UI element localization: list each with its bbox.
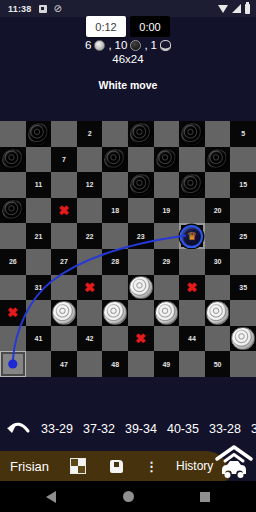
- square-number: 20: [214, 207, 222, 214]
- square-number: 23: [137, 233, 145, 240]
- light-square: [179, 300, 205, 326]
- board: 257111215✖181920212223♛25262728293031✖✖3…: [0, 121, 256, 377]
- light-square: [205, 223, 231, 249]
- move-item-clipped[interactable]: 3: [251, 422, 256, 436]
- light-square: [179, 249, 205, 275]
- square-number: 47: [60, 361, 68, 368]
- square-4[interactable]: [179, 121, 205, 147]
- square-number: 7: [62, 156, 66, 163]
- square-42[interactable]: 42: [77, 326, 103, 352]
- light-square: [179, 351, 205, 377]
- capture-mark-icon: ✖: [187, 280, 198, 295]
- white-man: [103, 301, 127, 325]
- black-man: [180, 173, 204, 197]
- undo-button[interactable]: [7, 421, 31, 437]
- square-31[interactable]: 31: [26, 275, 52, 301]
- square-number: 31: [34, 284, 42, 291]
- square-44[interactable]: 44: [179, 326, 205, 352]
- light-square: [102, 172, 128, 198]
- square-5[interactable]: 5: [230, 121, 256, 147]
- light-square: [230, 300, 256, 326]
- move-item[interactable]: 37-32: [83, 422, 115, 436]
- square-6[interactable]: [0, 147, 26, 173]
- light-square: [154, 121, 180, 147]
- light-square: [51, 326, 77, 352]
- light-square: [26, 198, 52, 224]
- square-number: 26: [9, 258, 17, 265]
- light-square: [0, 275, 26, 301]
- light-square: [102, 326, 128, 352]
- battery-icon: [245, 4, 250, 14]
- square-number: 49: [162, 361, 170, 368]
- square-number: 21: [34, 233, 42, 240]
- square-number: 42: [86, 335, 94, 342]
- light-square: [77, 351, 103, 377]
- light-square: [154, 326, 180, 352]
- square-3[interactable]: [128, 121, 154, 147]
- square-number: 15: [239, 181, 247, 188]
- light-square: [154, 275, 180, 301]
- square-number: 30: [214, 258, 222, 265]
- black-man: [180, 122, 204, 146]
- square-30[interactable]: 30: [205, 249, 231, 275]
- light-square: [205, 121, 231, 147]
- square-22[interactable]: 22: [77, 223, 103, 249]
- square-28[interactable]: 28: [102, 249, 128, 275]
- square-12[interactable]: 12: [77, 172, 103, 198]
- black-man: [206, 148, 230, 172]
- light-square: [102, 121, 128, 147]
- clock-row: 0:12 0:00: [0, 16, 256, 37]
- square-49[interactable]: 49: [154, 351, 180, 377]
- square-36[interactable]: ✖: [0, 300, 26, 326]
- capture-mark-icon: ✖: [7, 305, 18, 320]
- overflow-menu-icon[interactable]: ⋮: [145, 459, 158, 474]
- variant-label[interactable]: Frisian: [10, 459, 49, 474]
- square-43[interactable]: ✖: [128, 326, 154, 352]
- square-number: 41: [34, 335, 42, 342]
- king-piece-icon: [160, 40, 171, 51]
- light-square: [205, 172, 231, 198]
- square-number: 12: [86, 181, 94, 188]
- do-not-disturb-icon: ⊘: [54, 5, 62, 13]
- screenshot-icon: [39, 5, 47, 13]
- square-19[interactable]: 19: [154, 198, 180, 224]
- square-48[interactable]: 48: [102, 351, 128, 377]
- light-square: [0, 121, 26, 147]
- recents-button[interactable]: [200, 492, 210, 502]
- piece-count-line: 6 , 10 , 1: [0, 39, 256, 51]
- light-square: [0, 326, 26, 352]
- light-square: [230, 249, 256, 275]
- square-41[interactable]: 41: [26, 326, 52, 352]
- black-man: [1, 148, 25, 172]
- turn-indicator: White move: [0, 79, 256, 91]
- black-man: [129, 173, 153, 197]
- square-10[interactable]: [205, 147, 231, 173]
- black-man: [27, 122, 51, 146]
- square-21[interactable]: 21: [26, 223, 52, 249]
- square-15[interactable]: 15: [230, 172, 256, 198]
- board-setup-icon[interactable]: [70, 458, 86, 474]
- square-number: 27: [60, 258, 68, 265]
- square-11[interactable]: 11: [26, 172, 52, 198]
- history-button[interactable]: History: [176, 459, 213, 473]
- light-square: [26, 249, 52, 275]
- square-39[interactable]: [154, 300, 180, 326]
- square-14[interactable]: [179, 172, 205, 198]
- square-number: 2: [88, 130, 92, 137]
- light-square: [154, 223, 180, 249]
- bottom-toolbar: Frisian ⋮ History: [0, 451, 230, 481]
- white-clock[interactable]: 0:12: [86, 16, 126, 37]
- separator: ,: [144, 39, 147, 51]
- square-number: 44: [188, 335, 196, 342]
- king-count: 1: [151, 39, 157, 51]
- light-square: [128, 351, 154, 377]
- white-man: [206, 301, 230, 325]
- light-square: [51, 275, 77, 301]
- selected-king-piece: ♛: [180, 225, 203, 248]
- square-38[interactable]: [102, 300, 128, 326]
- light-square: [179, 198, 205, 224]
- capture-mark-icon: ✖: [59, 203, 70, 218]
- light-square: [102, 223, 128, 249]
- square-number: 50: [214, 361, 222, 368]
- android-nav-bar: [0, 481, 256, 512]
- square-8[interactable]: [102, 147, 128, 173]
- light-square: [51, 172, 77, 198]
- move-item[interactable]: 33-29: [41, 422, 73, 436]
- move-item[interactable]: 33-28: [209, 422, 241, 436]
- light-square: [154, 172, 180, 198]
- square-number: 25: [239, 233, 247, 240]
- save-icon[interactable]: [110, 460, 123, 473]
- light-square: [205, 275, 231, 301]
- square-number: 22: [86, 233, 94, 240]
- light-square: [230, 351, 256, 377]
- square-45[interactable]: [230, 326, 256, 352]
- square-1[interactable]: [26, 121, 52, 147]
- square-13[interactable]: [128, 172, 154, 198]
- black-man-icon: [130, 40, 141, 51]
- app-screen: 11:38 ⊘ 0:12 0:00 6 , 10 , 1 46x24 White…: [0, 0, 256, 512]
- square-33[interactable]: [128, 275, 154, 301]
- garage-car-icon[interactable]: [213, 443, 255, 481]
- white-man: [129, 276, 153, 300]
- square-2[interactable]: 2: [77, 121, 103, 147]
- square-25[interactable]: 25: [230, 223, 256, 249]
- square-number: 35: [239, 284, 247, 291]
- light-square: [128, 300, 154, 326]
- square-17[interactable]: ✖: [51, 198, 77, 224]
- light-square: [26, 300, 52, 326]
- square-40[interactable]: [205, 300, 231, 326]
- light-square: [0, 223, 26, 249]
- black-man: [155, 148, 179, 172]
- light-square: [51, 223, 77, 249]
- white-count: 6: [85, 39, 91, 51]
- light-square: [0, 172, 26, 198]
- square-number: 28: [111, 258, 119, 265]
- home-button[interactable]: [123, 491, 134, 502]
- white-man: [155, 301, 179, 325]
- square-16[interactable]: [0, 198, 26, 224]
- black-clock[interactable]: 0:00: [130, 16, 170, 37]
- wifi-icon: [218, 5, 228, 13]
- white-man: [52, 301, 76, 325]
- square-27[interactable]: 27: [51, 249, 77, 275]
- square-29[interactable]: 29: [154, 249, 180, 275]
- light-square: [51, 121, 77, 147]
- android-status-bar: 11:38 ⊘: [0, 0, 256, 17]
- square-number: 19: [162, 207, 170, 214]
- square-7[interactable]: 7: [51, 147, 77, 173]
- light-square: [179, 147, 205, 173]
- capture-mark-icon: ✖: [135, 331, 146, 346]
- square-47[interactable]: 47: [51, 351, 77, 377]
- square-50[interactable]: 50: [205, 351, 231, 377]
- black-count: 10: [115, 39, 128, 51]
- move-item[interactable]: 40-35: [167, 422, 199, 436]
- square-number: 5: [241, 130, 245, 137]
- light-square: [230, 198, 256, 224]
- square-number: 48: [111, 361, 119, 368]
- white-man-icon: [94, 40, 105, 51]
- move-item[interactable]: 39-34: [125, 422, 157, 436]
- square-32[interactable]: ✖: [77, 275, 103, 301]
- light-square: [128, 147, 154, 173]
- black-man: [129, 122, 153, 146]
- white-man: [231, 327, 255, 351]
- light-square: [77, 300, 103, 326]
- status-time: 11:38: [8, 4, 32, 14]
- square-24[interactable]: ♛: [179, 223, 205, 249]
- square-18[interactable]: 18: [102, 198, 128, 224]
- light-square: [77, 147, 103, 173]
- capture-mark-icon: ✖: [84, 280, 95, 295]
- square-46[interactable]: [0, 351, 26, 377]
- light-square: [77, 198, 103, 224]
- back-button[interactable]: [46, 491, 56, 503]
- light-square: [128, 249, 154, 275]
- square-20[interactable]: 20: [205, 198, 231, 224]
- light-square: [26, 351, 52, 377]
- square-34[interactable]: ✖: [179, 275, 205, 301]
- light-square: [205, 326, 231, 352]
- light-square: [102, 275, 128, 301]
- separator: ,: [108, 39, 111, 51]
- move-list: 33-29 37-32 39-34 40-35 33-28 3: [0, 415, 256, 443]
- square-26[interactable]: 26: [0, 249, 26, 275]
- square-37[interactable]: [51, 300, 77, 326]
- current-move-label: 46x24: [0, 53, 256, 65]
- black-man: [103, 148, 127, 172]
- square-number: 18: [111, 207, 119, 214]
- square-23[interactable]: 23: [128, 223, 154, 249]
- square-number: 29: [162, 258, 170, 265]
- square-35[interactable]: 35: [230, 275, 256, 301]
- light-square: [230, 147, 256, 173]
- square-number: 11: [35, 181, 42, 188]
- light-square: [128, 198, 154, 224]
- black-man: [1, 199, 25, 223]
- square-9[interactable]: [154, 147, 180, 173]
- light-square: [26, 147, 52, 173]
- light-square: [77, 249, 103, 275]
- cell-signal-icon: [232, 4, 241, 13]
